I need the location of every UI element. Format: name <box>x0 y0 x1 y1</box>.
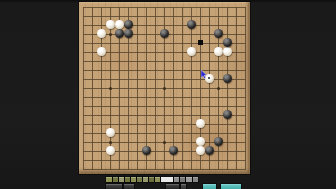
star-point-k4 <box>163 141 166 144</box>
mouse-cursor-icon <box>201 70 208 79</box>
toolbar-button-3[interactable] <box>166 184 179 189</box>
stone-white-n14 <box>187 47 196 56</box>
stone-white-c16 <box>97 29 106 38</box>
toolbar-chip-5[interactable] <box>131 177 136 182</box>
black-square-marker-o15 <box>198 40 203 45</box>
stone-black-r11 <box>223 74 232 83</box>
action-button-6[interactable] <box>221 184 241 189</box>
action-button-5[interactable] <box>203 184 216 189</box>
stone-black-l3 <box>169 146 178 155</box>
star-point-d4 <box>109 141 112 144</box>
go-board[interactable] <box>79 2 250 174</box>
stone-black-p3 <box>205 146 214 155</box>
toolbar-chip-1[interactable] <box>106 177 112 182</box>
toolbar-button-2[interactable] <box>124 184 134 189</box>
stone-black-r15 <box>223 38 232 47</box>
stone-white-q14 <box>214 47 223 56</box>
stone-black-e16 <box>115 29 124 38</box>
stone-black-h3 <box>142 146 151 155</box>
toolbar-chip-8[interactable] <box>149 177 154 182</box>
stone-black-r7 <box>223 110 232 119</box>
toolbar-chip-3[interactable] <box>119 177 124 182</box>
stone-white-r14 <box>223 47 232 56</box>
toolbar-chip-2[interactable] <box>113 177 118 182</box>
stone-black-f16 <box>124 29 133 38</box>
toolbar-chip-14[interactable] <box>193 177 198 182</box>
stone-white-o4 <box>196 137 205 146</box>
stone-white-o6 <box>196 119 205 128</box>
stone-white-d5 <box>106 128 115 137</box>
toolbar-chip-13[interactable] <box>186 177 192 182</box>
star-point-k10 <box>163 87 166 90</box>
stone-white-e17 <box>115 20 124 29</box>
stone-black-q16 <box>214 29 223 38</box>
toolbar-chip-9[interactable] <box>155 177 160 182</box>
stone-white-c14 <box>97 47 106 56</box>
stone-black-q4 <box>214 137 223 146</box>
app-screen <box>0 0 336 189</box>
toolbar-chip-4[interactable] <box>125 177 130 182</box>
bottom-toolbar <box>0 174 336 189</box>
toolbar-chip-12[interactable] <box>180 177 185 182</box>
stone-white-o3 <box>196 146 205 155</box>
toolbar-chip-6[interactable] <box>137 177 142 182</box>
star-point-d16 <box>109 33 112 36</box>
stone-white-d3 <box>106 146 115 155</box>
stone-white-d17 <box>106 20 115 29</box>
toolbar-chip-11[interactable] <box>174 177 179 182</box>
toolbar-button-4[interactable] <box>181 184 186 189</box>
toolbar-chip-10[interactable] <box>161 177 173 182</box>
stone-black-k16 <box>160 29 169 38</box>
toolbar-chip-7[interactable] <box>143 177 148 182</box>
star-point-d10 <box>109 87 112 90</box>
last-move-dot <box>208 77 210 79</box>
star-point-q10 <box>217 87 220 90</box>
stone-black-n17 <box>187 20 196 29</box>
toolbar-button-1[interactable] <box>106 184 122 189</box>
stone-black-f17 <box>124 20 133 29</box>
